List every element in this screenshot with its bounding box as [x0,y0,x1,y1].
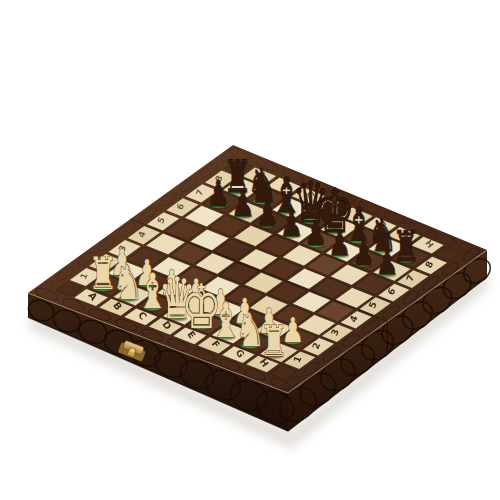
piece-black-pawn-b7: ♟ [231,183,254,224]
piece-black-pawn-h7: ♟ [376,242,398,282]
piece-glyph: ♟ [280,204,303,244]
chess-set-photo: AA11BB22CC33DD44EE55FF66GG77HH88♜♞♟♝♟♛♟♚… [0,0,500,500]
chess-product-photo: AA11BB22CC33DD44EE55FF66GG77HH88♜♞♟♝♟♛♟♚… [0,0,500,500]
piece-black-pawn-e7: ♟ [304,213,327,253]
piece-black-pawn-d7: ♟ [280,204,303,244]
piece-glyph: ♟ [376,242,398,282]
piece-glyph: ♟ [328,223,351,263]
piece-glyph: ♟ [207,173,230,214]
piece-glyph: ♟ [231,183,254,224]
piece-glyph: ♟ [256,193,279,234]
piece-black-pawn-c7: ♟ [256,193,279,234]
piece-white-rook-h1: ♜ [260,316,288,366]
piece-black-pawn-a7: ♟ [207,173,230,214]
piece-glyph: ♜ [260,316,288,366]
piece-glyph: ♟ [304,213,327,253]
piece-black-pawn-f7: ♟ [328,223,351,263]
piece-black-pawn-g7: ♟ [352,233,375,273]
piece-glyph: ♟ [352,233,375,273]
